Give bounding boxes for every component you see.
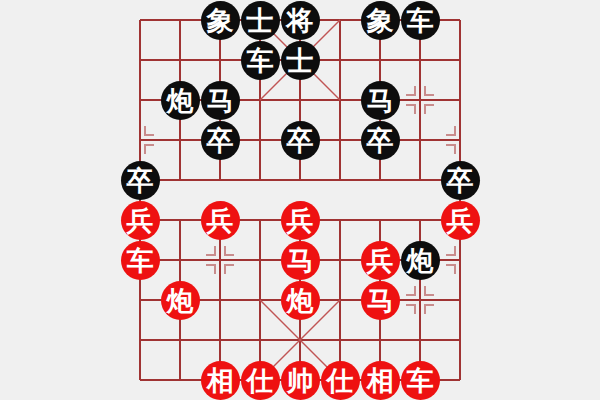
piece-black-elephant-1[interactable]: 象 — [201, 1, 240, 40]
piece-black-soldier-3[interactable]: 卒 — [361, 121, 400, 160]
piece-red-soldier-2[interactable]: 兵 — [201, 201, 240, 240]
piece-red-soldier-3[interactable]: 兵 — [281, 201, 320, 240]
piece-black-soldier-2[interactable]: 卒 — [281, 121, 320, 160]
piece-red-chariot-2[interactable]: 车 — [401, 361, 440, 400]
piece-black-advisor-2[interactable]: 士 — [281, 41, 320, 80]
piece-black-chariot-2[interactable]: 车 — [241, 41, 280, 80]
piece-black-cannon-2[interactable]: 炮 — [401, 241, 440, 280]
piece-black-soldier-5[interactable]: 卒 — [441, 161, 480, 200]
piece-red-chariot-1[interactable]: 车 — [121, 241, 160, 280]
piece-black-soldier-4[interactable]: 卒 — [121, 161, 160, 200]
piece-red-horse-1[interactable]: 马 — [281, 241, 320, 280]
piece-red-soldier-4[interactable]: 兵 — [441, 201, 480, 240]
piece-red-elephant-2[interactable]: 相 — [361, 361, 400, 400]
piece-black-horse-1[interactable]: 马 — [201, 81, 240, 120]
piece-red-soldier-5[interactable]: 兵 — [361, 241, 400, 280]
piece-black-soldier-1[interactable]: 卒 — [201, 121, 240, 160]
piece-black-chariot-1[interactable]: 车 — [401, 1, 440, 40]
piece-red-general[interactable]: 帅 — [281, 361, 320, 400]
piece-black-horse-2[interactable]: 马 — [361, 81, 400, 120]
piece-black-general[interactable]: 将 — [281, 1, 320, 40]
piece-red-cannon-2[interactable]: 炮 — [281, 281, 320, 320]
piece-black-cannon-1[interactable]: 炮 — [161, 81, 200, 120]
xiangqi-board[interactable]: 象士将象车车士炮马马卒卒卒卒卒炮兵兵兵兵车马兵炮炮马相仕帅仕相车 — [0, 0, 600, 400]
piece-red-soldier-1[interactable]: 兵 — [121, 201, 160, 240]
piece-black-advisor-1[interactable]: 士 — [241, 1, 280, 40]
piece-red-advisor-2[interactable]: 仕 — [321, 361, 360, 400]
piece-red-elephant-1[interactable]: 相 — [201, 361, 240, 400]
piece-black-elephant-2[interactable]: 象 — [361, 1, 400, 40]
piece-red-cannon-1[interactable]: 炮 — [161, 281, 200, 320]
piece-red-advisor-1[interactable]: 仕 — [241, 361, 280, 400]
piece-red-horse-2[interactable]: 马 — [361, 281, 400, 320]
